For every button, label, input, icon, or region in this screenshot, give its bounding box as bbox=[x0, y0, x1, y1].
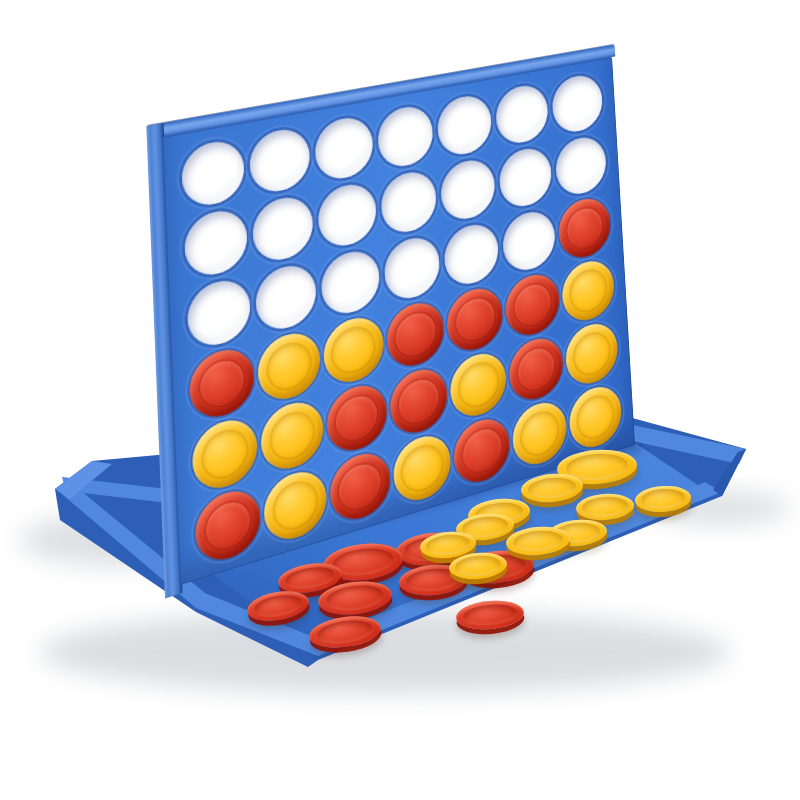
connect-four-photo bbox=[0, 0, 800, 800]
loose-red-disc bbox=[455, 598, 525, 632]
loose-yellow-disc bbox=[575, 492, 635, 522]
loose-yellow-disc bbox=[520, 471, 584, 504]
loose-red-disc bbox=[307, 612, 382, 652]
loose-yellow-disc bbox=[634, 484, 692, 514]
tray-discs bbox=[0, 0, 800, 800]
loose-yellow-disc bbox=[505, 524, 571, 557]
loose-red-disc bbox=[245, 587, 311, 625]
